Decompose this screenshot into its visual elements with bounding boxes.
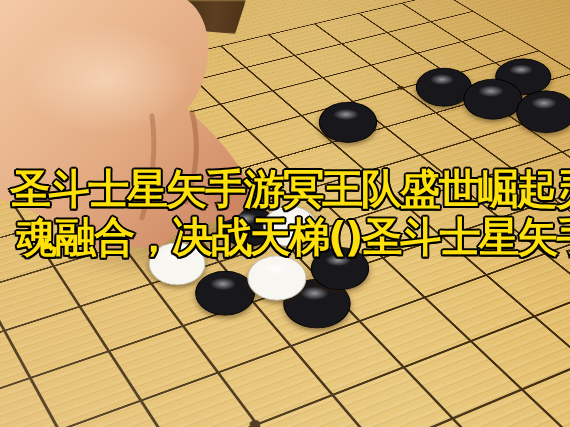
stone-sheen (531, 97, 557, 109)
photo-viewport: ●●●●●●●●●●●● 圣斗士星矢手游冥王队盛世崛起灵 魂融合，决战天梯()圣… (0, 0, 570, 427)
title-overlay-line2: 魂融合，决战天梯()圣斗士星矢手 (16, 215, 570, 259)
stone-sheen (430, 74, 454, 85)
hand-highlight (21, 24, 191, 134)
stone-sheen (478, 86, 504, 98)
stone-sheen (210, 278, 236, 291)
title-overlay-line1: 圣斗士星矢手游冥王队盛世崛起灵 (10, 167, 570, 211)
stone-sheen (333, 108, 359, 120)
